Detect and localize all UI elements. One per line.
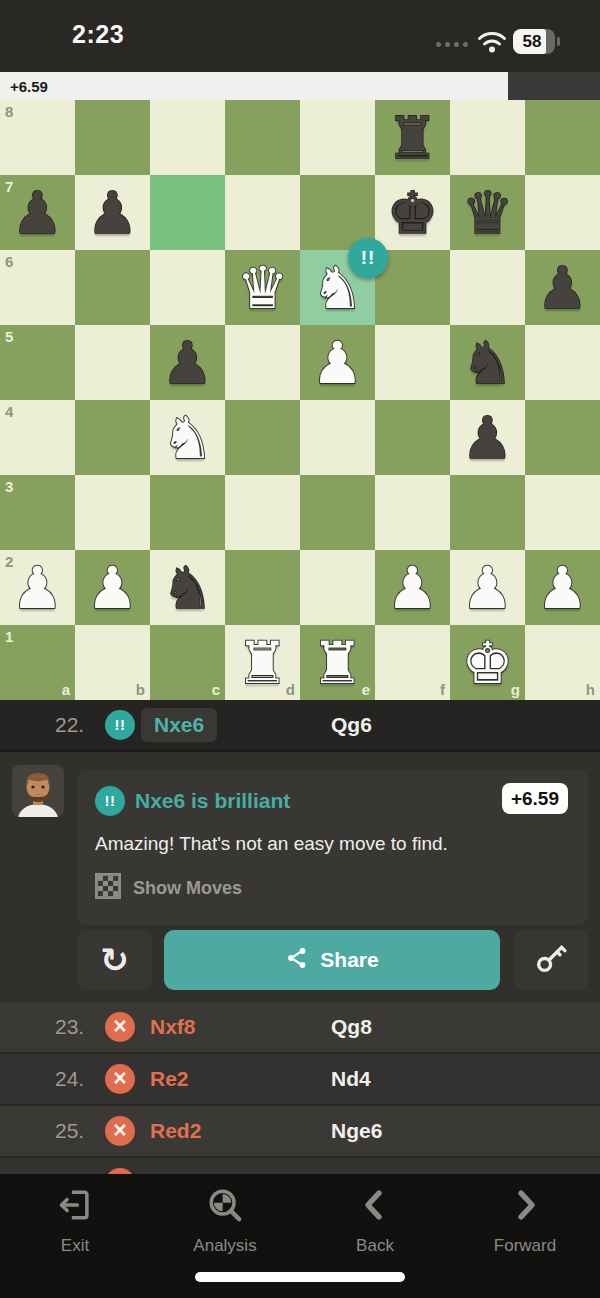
black-pawn-b7: ♟ — [75, 175, 150, 250]
square-d5[interactable] — [225, 325, 300, 400]
move-row-23[interactable]: 23.×Nxf8Qg8 — [0, 1002, 600, 1054]
square-a8[interactable]: 8 — [0, 100, 75, 175]
coach-comment: Amazing! That's not an easy move to find… — [95, 833, 448, 855]
move-number: 23. — [55, 1002, 84, 1052]
key-icon — [534, 941, 568, 979]
app-screen: 2:23 58 +6.59 8♜♟7♟♚♛6♛♞♟5♟♟♞4♞♟3♟2♟♞♟♟♟… — [0, 0, 600, 1298]
file-label-b: b — [136, 681, 145, 698]
square-g6[interactable] — [450, 250, 525, 325]
black-knight-g5: ♞ — [450, 325, 525, 400]
rank-label-2: 2 — [5, 553, 13, 570]
share-label: Share — [320, 948, 378, 972]
rank-label-4: 4 — [5, 403, 13, 420]
brilliant-move-badge-icon: !! — [348, 238, 388, 278]
white-move[interactable]: Red2 — [150, 1106, 201, 1156]
evaluation-bar: +6.59 — [0, 72, 600, 100]
square-h7[interactable] — [525, 175, 600, 250]
square-h6[interactable]: ♟ — [525, 250, 600, 325]
cellular-signal-icon — [436, 42, 468, 47]
square-b1[interactable]: b — [75, 625, 150, 700]
retry-icon: ↻ — [100, 930, 129, 990]
square-e1[interactable]: ♜e — [300, 625, 375, 700]
brilliant-badge-icon: !! — [105, 710, 135, 740]
black-pawn-g4: ♟ — [450, 400, 525, 475]
square-d1[interactable]: ♜d — [225, 625, 300, 700]
white-move[interactable]: Nxf8 — [150, 1002, 196, 1052]
mini-board-icon — [95, 873, 121, 903]
file-label-f: f — [440, 681, 445, 698]
square-f1[interactable]: f — [375, 625, 450, 700]
square-e3[interactable] — [300, 475, 375, 550]
black-pawn-h6: ♟ — [525, 250, 600, 325]
move-row-26[interactable]: 26.×Nxe6Nxe6 — [0, 1158, 600, 1174]
clock-time: 2:23 — [72, 20, 124, 49]
square-g7[interactable]: ♛ — [450, 175, 525, 250]
rank-label-3: 3 — [5, 478, 13, 495]
chevron-left-icon — [356, 1186, 394, 1228]
brilliant-badge-icon: !! — [95, 786, 125, 816]
square-h4[interactable] — [525, 400, 600, 475]
white-pawn-b2: ♟ — [75, 550, 150, 625]
square-g3[interactable] — [450, 475, 525, 550]
square-g5[interactable]: ♞ — [450, 325, 525, 400]
white-move[interactable]: Re2 — [150, 1054, 189, 1104]
analysis-icon — [206, 1186, 244, 1228]
rank-label-6: 6 — [5, 253, 13, 270]
white-pawn-g2: ♟ — [450, 550, 525, 625]
square-f2[interactable]: ♟ — [375, 550, 450, 625]
evaluation-value: +6.59 — [10, 72, 48, 100]
chess-board: 8♜♟7♟♚♛6♛♞♟5♟♟♞4♞♟3♟2♟♞♟♟♟1abc♜d♜ef♚gh!! — [0, 100, 600, 700]
battery-indicator: 58 — [513, 29, 555, 54]
move-number: 24. — [55, 1054, 84, 1104]
square-d8[interactable] — [225, 100, 300, 175]
chevron-right-icon — [506, 1186, 544, 1228]
status-bar: 2:23 58 — [0, 0, 600, 72]
black-rook-f8: ♜ — [375, 100, 450, 175]
square-e4[interactable] — [300, 400, 375, 475]
square-h2[interactable]: ♟ — [525, 550, 600, 625]
square-f3[interactable] — [375, 475, 450, 550]
feedback-title: Nxe6 is brilliant — [135, 786, 290, 816]
coach-avatar — [12, 765, 64, 817]
square-c8[interactable] — [150, 100, 225, 175]
white-pawn-f2: ♟ — [375, 550, 450, 625]
square-d6[interactable]: ♛ — [225, 250, 300, 325]
square-a6[interactable]: 6 — [0, 250, 75, 325]
square-d3[interactable] — [225, 475, 300, 550]
black-move[interactable]: Qg8 — [331, 1002, 372, 1052]
file-label-d: d — [286, 681, 295, 698]
square-b3[interactable] — [75, 475, 150, 550]
square-a7[interactable]: ♟7 — [0, 175, 75, 250]
home-indicator — [195, 1272, 405, 1282]
square-b2[interactable]: ♟ — [75, 550, 150, 625]
evaluation-bar-white-fill — [0, 72, 508, 100]
square-e2[interactable] — [300, 550, 375, 625]
share-icon — [285, 946, 309, 974]
square-g2[interactable]: ♟ — [450, 550, 525, 625]
current-move-row: 22. !! Nxe6 Qg6 — [0, 700, 600, 752]
square-a2[interactable]: ♟2 — [0, 550, 75, 625]
square-h8[interactable] — [525, 100, 600, 175]
move-row-25[interactable]: 25.×Red2Nge6 — [0, 1106, 600, 1158]
file-label-g: g — [511, 681, 520, 698]
square-a5[interactable]: 5 — [0, 325, 75, 400]
move-row-24[interactable]: 24.×Re2Nd4 — [0, 1054, 600, 1106]
square-c1[interactable]: c — [150, 625, 225, 700]
square-c3[interactable] — [150, 475, 225, 550]
white-queen-d6: ♛ — [225, 250, 300, 325]
square-b6[interactable] — [75, 250, 150, 325]
rank-label-8: 8 — [5, 103, 13, 120]
nav-exit-label: Exit — [61, 1236, 89, 1256]
square-b5[interactable] — [75, 325, 150, 400]
square-b4[interactable] — [75, 400, 150, 475]
black-move[interactable]: Nd4 — [331, 1054, 371, 1104]
move-feedback-card: !! Nxe6 is brilliant +6.59 Amazing! That… — [77, 770, 588, 925]
white-pawn-e5: ♟ — [300, 325, 375, 400]
square-c5[interactable]: ♟ — [150, 325, 225, 400]
black-knight-c2: ♞ — [150, 550, 225, 625]
square-b8[interactable] — [75, 100, 150, 175]
battery-percent: 58 — [513, 29, 551, 54]
miss-x-icon: × — [105, 1064, 135, 1094]
nav-analysis-label: Analysis — [193, 1236, 256, 1256]
file-label-e: e — [362, 681, 370, 698]
move-number: 22. — [55, 700, 84, 750]
file-label-c: c — [212, 681, 220, 698]
square-c6[interactable] — [150, 250, 225, 325]
share-button[interactable]: Share — [164, 930, 500, 990]
black-move[interactable]: Nxe6 — [331, 1158, 381, 1174]
black-queen-g7: ♛ — [450, 175, 525, 250]
square-d2[interactable] — [225, 550, 300, 625]
square-g4[interactable]: ♟ — [450, 400, 525, 475]
white-pawn-h2: ♟ — [525, 550, 600, 625]
miss-x-icon: × — [105, 1116, 135, 1146]
square-a4[interactable]: 4 — [0, 400, 75, 475]
square-d7[interactable] — [225, 175, 300, 250]
square-e8[interactable] — [300, 100, 375, 175]
exit-icon — [56, 1186, 94, 1228]
move-number: 26. — [55, 1158, 84, 1174]
square-f7[interactable]: ♚ — [375, 175, 450, 250]
square-d4[interactable] — [225, 400, 300, 475]
white-move-chip[interactable]: Nxe6 — [141, 708, 217, 742]
square-b7[interactable]: ♟ — [75, 175, 150, 250]
rank-label-7: 7 — [5, 178, 13, 195]
miss-x-icon: × — [105, 1012, 135, 1042]
white-move[interactable]: Nxe6 — [150, 1158, 200, 1174]
black-move[interactable]: Qg6 — [331, 700, 372, 750]
square-g1[interactable]: ♚g — [450, 625, 525, 700]
nav-back-label: Back — [356, 1236, 394, 1256]
square-g8[interactable] — [450, 100, 525, 175]
move-list: 23.×Nxf8Qg824.×Re2Nd425.×Red2Nge626.×Nxe… — [0, 1002, 600, 1174]
action-buttons: ↻ Share — [0, 930, 600, 990]
analysis-panel: !! Nxe6 is brilliant +6.59 Amazing! That… — [0, 752, 600, 1002]
rank-label-5: 5 — [5, 328, 13, 345]
square-f5[interactable] — [375, 325, 450, 400]
nav-forward-button[interactable]: Forward — [450, 1174, 600, 1298]
move-number: 25. — [55, 1106, 84, 1156]
show-moves-button[interactable]: Show Moves — [95, 873, 242, 903]
black-pawn-c5: ♟ — [150, 325, 225, 400]
black-king-f7: ♚ — [375, 175, 450, 250]
rank-label-1: 1 — [5, 628, 13, 645]
square-h1[interactable]: h — [525, 625, 600, 700]
nav-forward-label: Forward — [494, 1236, 556, 1256]
square-a3[interactable]: 3 — [0, 475, 75, 550]
square-h3[interactable] — [525, 475, 600, 550]
key-button[interactable] — [514, 930, 588, 990]
square-f8[interactable]: ♜ — [375, 100, 450, 175]
file-label-a: a — [62, 681, 70, 698]
square-c2[interactable]: ♞ — [150, 550, 225, 625]
black-move[interactable]: Nge6 — [331, 1106, 382, 1156]
wifi-icon — [477, 30, 507, 57]
white-knight-c4: ♞ — [150, 400, 225, 475]
square-a1[interactable]: 1a — [0, 625, 75, 700]
nav-exit-button[interactable]: Exit — [0, 1174, 150, 1298]
square-c7[interactable] — [150, 175, 225, 250]
evaluation-badge: +6.59 — [502, 783, 568, 814]
square-e5[interactable]: ♟ — [300, 325, 375, 400]
square-c4[interactable]: ♞ — [150, 400, 225, 475]
square-f4[interactable] — [375, 400, 450, 475]
show-moves-label: Show Moves — [133, 878, 242, 899]
file-label-h: h — [586, 681, 595, 698]
square-h5[interactable] — [525, 325, 600, 400]
retry-button[interactable]: ↻ — [77, 930, 152, 990]
